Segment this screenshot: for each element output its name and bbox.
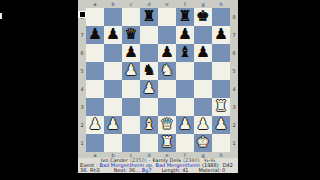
coord-label-a: a [86,1,104,7]
white-king-piece: ♚ [194,134,212,152]
black-to-move-dot [80,12,85,17]
square-f6[interactable]: ♝ [176,44,194,62]
square-f1[interactable] [176,134,194,152]
white-knight-piece: ♞ [158,62,176,80]
square-a8[interactable] [86,8,104,26]
square-b2[interactable]: ♟ [104,116,122,134]
square-a1[interactable] [86,134,104,152]
square-e2[interactable]: ♛ [158,116,176,134]
square-g2[interactable]: ♟ [194,116,212,134]
move-number: 36. [80,168,88,173]
square-d5[interactable]: ♞ [140,62,158,80]
black-king-piece: ♚ [194,8,212,26]
move-status-line: 36. Rh3 Next: 36... Bg7 Length: 41 Mater… [78,168,238,173]
square-a5[interactable] [86,62,104,80]
square-g6[interactable]: ♟ [194,44,212,62]
white-rook-piece: ♜ [158,134,176,152]
square-d7[interactable] [140,26,158,44]
square-a2[interactable]: ♟ [86,116,104,134]
square-a4[interactable] [86,80,104,98]
black-pawn-piece: ♟ [104,26,122,44]
white-pawn-piece: ♟ [212,116,230,134]
square-e4[interactable] [158,80,176,98]
square-d1[interactable] [140,134,158,152]
black-pawn-piece: ♟ [122,44,140,62]
square-d8[interactable]: ♜ [140,8,158,26]
square-h8[interactable] [212,8,230,26]
coord-label-4: 4 [231,80,237,98]
square-b7[interactable]: ♟ [104,26,122,44]
coord-label-b: b [104,1,122,7]
black-bishop-piece: ♝ [176,44,194,62]
square-b4[interactable] [104,80,122,98]
square-f2[interactable]: ♟ [176,116,194,134]
square-h1[interactable] [212,134,230,152]
coord-label-h: h [212,1,230,7]
square-a3[interactable] [86,98,104,116]
black-queen-piece: ♛ [122,26,140,44]
square-h5[interactable] [212,62,230,80]
material-balance: Material: 0 [199,168,226,173]
square-d3[interactable] [140,98,158,116]
square-b3[interactable] [104,98,122,116]
last-move: Rh3 [90,168,100,173]
square-b6[interactable] [104,44,122,62]
square-h7[interactable]: ♟ [212,26,230,44]
black-pawn-piece: ♟ [194,44,212,62]
square-h3[interactable]: ♜ [212,98,230,116]
square-e7[interactable] [158,26,176,44]
square-f5[interactable] [176,62,194,80]
square-h6[interactable] [212,44,230,62]
white-pawn-piece: ♟ [140,80,158,98]
coord-label-8: 8 [231,8,237,26]
coord-label-3: 3 [79,98,85,116]
black-knight-piece: ♞ [140,62,158,80]
white-pawn-piece: ♟ [104,116,122,134]
square-e6[interactable]: ♟ [158,44,176,62]
square-g7[interactable] [194,26,212,44]
next-move[interactable]: Bg7 [142,168,152,173]
white-pawn-piece: ♟ [194,116,212,134]
square-e8[interactable] [158,8,176,26]
square-c2[interactable] [122,116,140,134]
square-f4[interactable] [176,80,194,98]
square-h4[interactable] [212,80,230,98]
white-queen-piece: ♛ [158,116,176,134]
coord-label-4: 4 [79,80,85,98]
game-info-panel: Ivo Cander (2350) - Karoly Dela (2340) ½… [78,158,238,173]
coord-label-1: 1 [79,134,85,152]
square-c5[interactable]: ♟ [122,62,140,80]
square-f8[interactable]: ♜ [176,8,194,26]
square-c8[interactable] [122,8,140,26]
chess-board: ♜♜♚♟♟♛♟♟♟♟♝♟♟♞♞♟♜♟♟♝♛♟♟♟♜♚ [86,8,230,152]
square-b1[interactable] [104,134,122,152]
square-f7[interactable]: ♟ [176,26,194,44]
square-e5[interactable]: ♞ [158,62,176,80]
black-rook-piece: ♜ [176,8,194,26]
square-c6[interactable]: ♟ [122,44,140,62]
square-c4[interactable] [122,80,140,98]
square-b8[interactable] [104,8,122,26]
square-g4[interactable] [194,80,212,98]
white-pawn-piece: ♟ [86,116,104,134]
black-pawn-piece: ♟ [158,44,176,62]
black-pawn-piece: ♟ [176,26,194,44]
square-a6[interactable] [86,44,104,62]
black-pawn-piece: ♟ [86,26,104,44]
square-b5[interactable] [104,62,122,80]
white-rook-piece: ♜ [212,98,230,116]
coord-label-5: 5 [231,62,237,80]
coord-label-1: 1 [231,134,237,152]
chess-app-frame: abcdefgh abcdefgh 87654321 87654321 ♜♜♚♟… [78,0,238,173]
white-bishop-piece: ♝ [140,116,158,134]
square-g1[interactable]: ♚ [194,134,212,152]
square-c1[interactable] [122,134,140,152]
coord-label-5: 5 [79,62,85,80]
square-e3[interactable] [158,98,176,116]
square-d6[interactable] [140,44,158,62]
coord-label-3: 3 [231,98,237,116]
coord-label-7: 7 [79,26,85,44]
black-pawn-piece: ♟ [212,26,230,44]
game-length: Length: 41 [162,168,189,173]
rank-labels-left: 87654321 [79,8,85,152]
coord-label-6: 6 [79,44,85,62]
square-e1[interactable]: ♜ [158,134,176,152]
square-g3[interactable] [194,98,212,116]
coord-label-7: 7 [231,26,237,44]
coord-label-2: 2 [79,116,85,134]
square-c7[interactable]: ♛ [122,26,140,44]
coord-label-e: e [158,1,176,7]
square-g8[interactable]: ♚ [194,8,212,26]
white-pawn-piece: ♟ [122,62,140,80]
square-d4[interactable]: ♟ [140,80,158,98]
video-edge-artifact [0,13,2,19]
coord-label-2: 2 [231,116,237,134]
square-g5[interactable] [194,62,212,80]
square-a7[interactable]: ♟ [86,26,104,44]
square-h2[interactable]: ♟ [212,116,230,134]
coord-label-c: c [122,1,140,7]
square-c3[interactable] [122,98,140,116]
coord-label-6: 6 [231,44,237,62]
square-d2[interactable]: ♝ [140,116,158,134]
rank-labels-right: 87654321 [231,8,237,152]
white-pawn-piece: ♟ [176,116,194,134]
square-f3[interactable] [176,98,194,116]
black-rook-piece: ♜ [140,8,158,26]
next-move-label: Next: 36... [114,168,140,173]
